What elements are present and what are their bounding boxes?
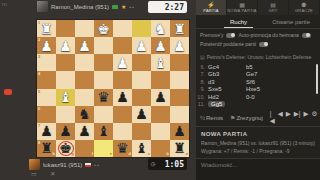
square-h7[interactable]: 7♟	[37, 123, 56, 140]
square-g6[interactable]	[56, 106, 75, 123]
square-f6[interactable]: ♞	[75, 106, 94, 123]
square-c5[interactable]	[132, 89, 151, 106]
square-f8[interactable]: f	[75, 140, 94, 157]
piece-white-rook[interactable]: ♜	[170, 20, 189, 37]
square-a7[interactable]: ♟	[170, 123, 189, 140]
autoqueen-label: Auto-promocja do hetmana	[238, 32, 298, 38]
chat-input[interactable]: Wiadomość...	[201, 162, 237, 168]
square-f5[interactable]	[75, 89, 94, 106]
move-number: 10.	[196, 94, 208, 100]
tab-gracze[interactable]: ⚉GRACZE	[289, 0, 320, 15]
piece-black-queen[interactable]: ♛	[94, 89, 113, 106]
first-move-button[interactable]: |◀	[270, 111, 275, 124]
chat-box: Wiadomość...	[196, 158, 320, 180]
premoves-label: Premove'y	[200, 32, 223, 38]
square-f7[interactable]: ♟	[75, 123, 94, 140]
rank-label: 4	[38, 72, 40, 76]
piece-black-queen[interactable]: ♛	[113, 140, 132, 157]
confirm-resign-label: Potwierdź poddanie partii	[200, 41, 256, 47]
move-row: 8.d3Sf6	[196, 78, 320, 86]
bottom-player-name[interactable]: lukasz91 (951)	[43, 162, 82, 168]
square-g1[interactable]	[56, 20, 75, 37]
piece-white-pawn[interactable]: ♟	[151, 37, 170, 54]
piece-black-rook[interactable]: ♜	[37, 140, 56, 157]
square-h1[interactable]: 1♜	[37, 20, 56, 37]
square-d7[interactable]	[113, 123, 132, 140]
prev-move-button[interactable]: ◀	[278, 111, 283, 124]
avatar[interactable]	[29, 159, 40, 170]
sub-tab-bar: Ruchy Otwarte partie	[196, 15, 320, 29]
piece-black-rook[interactable]: ♜	[170, 140, 189, 157]
move-number: 9.	[196, 86, 208, 92]
square-f1[interactable]	[75, 20, 94, 37]
piece-black-pawn[interactable]: ♟	[75, 123, 94, 140]
black-move[interactable]: Hxe5	[246, 86, 284, 92]
autoplay-button[interactable]: ▶	[303, 111, 308, 124]
matchup-line: Ramon_Medina (951) vs. lukasz91 (951) (3…	[201, 140, 315, 146]
square-d6[interactable]	[113, 106, 132, 123]
square-a1[interactable]: ♜	[170, 20, 189, 37]
square-e5[interactable]: ♛	[94, 89, 113, 106]
square-f4[interactable]	[75, 71, 94, 88]
rank-label: 5	[38, 90, 40, 94]
square-b3[interactable]: ♝	[151, 54, 170, 71]
square-a5[interactable]	[170, 89, 189, 106]
tab-nowa-partia[interactable]: ▦NOWA PARTIA	[227, 0, 258, 15]
tab-partia[interactable]: ⚡PARTIA	[196, 0, 227, 15]
square-b5[interactable]: ♟	[151, 89, 170, 106]
square-d8[interactable]: d♛	[113, 140, 132, 157]
black-move[interactable]: Ge7	[246, 71, 284, 77]
square-e6[interactable]	[94, 106, 113, 123]
avatar[interactable]	[37, 1, 48, 12]
black-move[interactable]: Sf6	[246, 79, 284, 85]
square-h2[interactable]: 2♟	[37, 37, 56, 54]
move-row: 7.Gb3Ge7	[196, 71, 320, 79]
flag-icon	[112, 5, 118, 9]
square-e4[interactable]	[94, 71, 113, 88]
square-a6[interactable]	[170, 106, 189, 123]
move-number: 8.	[196, 79, 208, 85]
move-number: 6.	[196, 64, 208, 70]
next-move-button[interactable]: ▶	[286, 111, 291, 124]
last-move-button[interactable]: ▶|	[294, 111, 301, 124]
square-g8[interactable]: g♚	[56, 140, 75, 157]
white-move[interactable]: Sxe5	[208, 86, 246, 92]
square-c4[interactable]	[132, 71, 151, 88]
player-badge-dots: ▪▪	[94, 162, 100, 168]
square-e1[interactable]: ♚	[94, 20, 113, 37]
flag-icon: ⚑	[230, 115, 235, 121]
new-game-title: NOWA PARTIA	[201, 131, 315, 137]
settings-gear-icon[interactable]: ⚙	[311, 111, 317, 124]
square-d3[interactable]: ♟	[113, 54, 132, 71]
square-d4[interactable]	[113, 71, 132, 88]
chess-board[interactable]: 1♜♚♞♜2♟♟♟♟♟♟3♟♝45♝♛♟♟6♞♟7♟♟♟♝♟8h♜g♚fed♛c…	[37, 20, 189, 157]
square-g4[interactable]	[56, 71, 75, 88]
piece-black-pawn[interactable]: ♟	[37, 123, 56, 140]
square-c3[interactable]	[132, 54, 151, 71]
square-a8[interactable]: a♜	[170, 140, 189, 157]
side-panel: ⚡PARTIA▦NOWA PARTIA▤GRY⚉GRACZE Ruchy Otw…	[196, 0, 320, 180]
move-row: 11.Gg5	[196, 101, 320, 109]
piece-black-bishop[interactable]: ♝	[132, 140, 151, 157]
white-move[interactable]: Gc4	[208, 64, 246, 70]
file-label: f	[92, 152, 93, 156]
rank-label: 6	[38, 107, 40, 111]
autoqueen-toggle[interactable]	[302, 33, 311, 38]
square-g3[interactable]	[56, 54, 75, 71]
piece-white-pawn[interactable]: ♟	[37, 37, 56, 54]
square-c7[interactable]	[132, 123, 151, 140]
player-badge-dots: ▪▪	[129, 4, 135, 10]
file-label: e	[110, 152, 112, 156]
resign-button[interactable]: ⚑Zrezygnuj	[230, 114, 263, 121]
clock-icon: ◷	[151, 160, 155, 168]
square-d5[interactable]: ♟	[113, 89, 132, 106]
piece-white-knight[interactable]: ♞	[151, 20, 170, 37]
window-control-icons[interactable]: ▭ ✕	[31, 170, 61, 177]
square-g7[interactable]: ♟	[56, 123, 75, 140]
black-move[interactable]: 0-0	[246, 94, 284, 100]
piece-white-bishop[interactable]: ♝	[151, 54, 170, 71]
black-move[interactable]: b5	[246, 64, 284, 70]
square-e8[interactable]: e	[94, 140, 113, 157]
square-d1[interactable]	[113, 20, 132, 37]
move-row: 6.Gc4b5	[196, 63, 320, 71]
move-nav-buttons: |◀◀▶▶|▶⚙	[270, 111, 318, 124]
move-row: 10.Hd20-0	[196, 93, 320, 101]
square-e2[interactable]	[94, 37, 113, 54]
tab-moves[interactable]: Ruchy	[224, 15, 253, 28]
square-a4[interactable]	[170, 71, 189, 88]
top-player-name[interactable]: Ramon_Medina (951)	[51, 4, 109, 10]
square-e7[interactable]: ♝	[94, 123, 113, 140]
square-h6[interactable]: 6	[37, 106, 56, 123]
square-g5[interactable]: ♝	[56, 89, 75, 106]
square-e3[interactable]	[94, 54, 113, 71]
white-move[interactable]: Gg5	[208, 101, 246, 107]
square-a2[interactable]: ♟	[170, 37, 189, 54]
square-c1[interactable]	[132, 20, 151, 37]
half-icon: ½	[200, 115, 205, 121]
tab-gry[interactable]: ▤GRY	[258, 0, 289, 15]
piece-white-king[interactable]: ♚	[94, 20, 113, 37]
piece-black-pawn[interactable]: ♟	[56, 123, 75, 140]
square-h4[interactable]: 4	[37, 71, 56, 88]
top-player-clock: 2:27	[148, 1, 187, 13]
square-h3[interactable]: 3	[37, 54, 56, 71]
white-move[interactable]: Gb3	[208, 71, 246, 77]
square-h5[interactable]: 5	[37, 89, 56, 106]
square-c6[interactable]: ♟	[132, 106, 151, 123]
square-c8[interactable]: c♝	[132, 140, 151, 157]
premoves-toggle[interactable]	[226, 33, 235, 38]
move-row: 9.Sxe5Hxe5	[196, 86, 320, 94]
piece-white-pawn[interactable]: ♟	[170, 37, 189, 54]
piece-white-pawn[interactable]: ♟	[132, 37, 151, 54]
piece-white-pawn[interactable]: ♟	[75, 37, 94, 54]
main-tab-bar: ⚡PARTIA▦NOWA PARTIA▤GRY⚉GRACZE	[196, 0, 320, 15]
white-move[interactable]: Hd2	[208, 94, 246, 100]
square-g2[interactable]: ♟	[56, 37, 75, 54]
piece-black-pawn[interactable]: ♟	[132, 106, 151, 123]
piece-black-pawn[interactable]: ♟	[151, 89, 170, 106]
piece-black-pawn[interactable]: ♟	[113, 89, 132, 106]
piece-black-pawn[interactable]: ♟	[170, 123, 189, 140]
square-b8[interactable]: b	[151, 140, 170, 157]
piece-white-rook[interactable]: ♜	[37, 20, 56, 37]
square-c2[interactable]: ♟	[132, 37, 151, 54]
game-actions: ½Remis ⚑Zrezygnuj |◀◀▶▶|▶⚙	[196, 111, 320, 124]
square-b7[interactable]	[151, 123, 170, 140]
book-icon: ▤	[200, 54, 205, 60]
new-game-section: NOWA PARTIA Ramon_Medina (951) vs. lukas…	[196, 127, 320, 154]
square-f3[interactable]	[75, 54, 94, 71]
move-number: 11.	[196, 101, 208, 107]
scrollbar-thumb[interactable]	[316, 64, 318, 94]
piece-black-knight[interactable]: ♞	[75, 106, 94, 123]
settings-toggles: Premove'y Auto-promocja do hetmana Potwi…	[196, 29, 320, 52]
move-number: 7.	[196, 71, 208, 77]
move-list: 6.Gc4b57.Gb3Ge78.d3Sf69.Sxe5Hxe510.Hd20-…	[196, 62, 320, 109]
opening-name: ▤Petrov's Defense: Urusov, Lichtenhein D…	[196, 52, 320, 62]
square-h8[interactable]: 8h♜	[37, 140, 56, 157]
square-b2[interactable]: ♟	[151, 37, 170, 54]
piece-black-bishop[interactable]: ♝	[94, 123, 113, 140]
confirm-resign-toggle[interactable]	[259, 42, 268, 47]
piece-white-pawn[interactable]: ♟	[113, 54, 132, 71]
piece-black-king[interactable]: ♚	[56, 140, 75, 157]
square-b1[interactable]: ♞	[151, 20, 170, 37]
flag-icon	[85, 163, 91, 167]
piece-white-pawn[interactable]: ♟	[56, 37, 75, 54]
draw-button[interactable]: ½Remis	[200, 115, 223, 121]
corner-logo-fragment: m	[2, 1, 7, 7]
piece-white-bishop[interactable]: ♝	[56, 89, 75, 106]
tab-open-games[interactable]: Otwarte partie	[266, 15, 316, 28]
bottom-player-clock: ◷ 1:05	[148, 158, 187, 170]
star-icon: ★	[121, 4, 126, 10]
square-d2[interactable]	[113, 37, 132, 54]
square-f2[interactable]: ♟	[75, 37, 94, 54]
file-label: b	[167, 152, 169, 156]
notification-badge[interactable]	[4, 89, 12, 95]
square-b6[interactable]	[151, 106, 170, 123]
white-move[interactable]: d3	[208, 79, 246, 85]
rank-label: 3	[38, 55, 40, 59]
rating-change-line: Wygrana: +7 / Remis: -1 / Przegrana: -9	[201, 148, 315, 154]
square-b4[interactable]	[151, 71, 170, 88]
square-a3[interactable]	[170, 54, 189, 71]
